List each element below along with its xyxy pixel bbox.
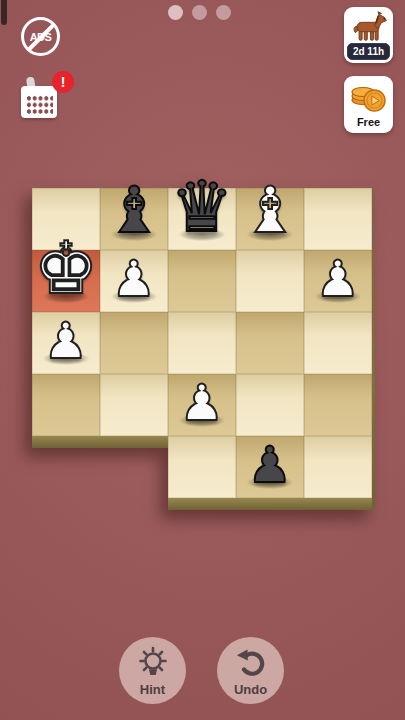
square-r4c3[interactable]: ♟	[236, 436, 304, 498]
square-r1c0[interactable]: ♚	[32, 250, 100, 312]
white-bishop[interactable]: ♝	[241, 178, 298, 242]
square-r3c4[interactable]	[304, 374, 372, 436]
black-queen[interactable]: ♛	[171, 172, 234, 242]
white-pawn[interactable]: ♟	[112, 254, 157, 304]
undo-arrow-icon	[232, 645, 270, 681]
square-r4c4[interactable]	[304, 436, 372, 498]
board-grid: ♝♛♝♚♟♟♟♟♟	[32, 188, 372, 498]
square-r2c2[interactable]	[168, 312, 236, 374]
square-r1c1[interactable]: ♟	[100, 250, 168, 312]
square-r2c1[interactable]	[100, 312, 168, 374]
square-r1c2[interactable]	[168, 250, 236, 312]
undo-label: Undo	[217, 682, 284, 697]
calendar-grid-icon	[25, 94, 53, 114]
free-coins-card[interactable]: Free	[344, 76, 393, 133]
calendar-body-icon	[21, 86, 57, 118]
white-king[interactable]: ♚	[34, 232, 99, 304]
black-bishop[interactable]: ♝	[105, 178, 162, 242]
white-pawn[interactable]: ♟	[180, 378, 225, 428]
app-screen: ADS ! 2d 11h	[0, 0, 405, 720]
board-edge-right	[372, 188, 375, 510]
hint-label: Hint	[119, 682, 186, 697]
square-r3c2[interactable]: ♟	[168, 374, 236, 436]
no-ads-button[interactable]: ADS	[21, 17, 60, 56]
daily-calendar-button[interactable]: !	[21, 77, 59, 119]
square-r4c2[interactable]	[168, 436, 236, 498]
horse-icon	[350, 11, 388, 44]
event-timer-badge: 2d 11h	[347, 43, 390, 60]
board-edge-bottom-right	[168, 498, 373, 510]
reward-label: Free	[344, 116, 393, 128]
hint-button[interactable]: Hint	[119, 637, 186, 704]
square-r0c1[interactable]: ♝	[100, 188, 168, 250]
square-r3c1[interactable]	[100, 374, 168, 436]
event-card[interactable]: 2d 11h	[344, 7, 393, 63]
lightbulb-icon	[135, 645, 171, 681]
screen-edge-strip	[1, 0, 7, 25]
square-r1c4[interactable]: ♟	[304, 250, 372, 312]
event-timer-text: 2d 11h	[353, 46, 384, 57]
page-indicator	[168, 5, 231, 20]
square-r0c2[interactable]: ♛	[168, 188, 236, 250]
square-r3c3[interactable]	[236, 374, 304, 436]
square-r0c4[interactable]	[304, 188, 372, 250]
square-r0c3[interactable]: ♝	[236, 188, 304, 250]
undo-button[interactable]: Undo	[217, 637, 284, 704]
square-r1c3[interactable]	[236, 250, 304, 312]
square-r2c4[interactable]	[304, 312, 372, 374]
coins-icon	[349, 80, 389, 116]
square-r2c3[interactable]	[236, 312, 304, 374]
square-r3c0[interactable]	[32, 374, 100, 436]
page-dot-0	[168, 5, 183, 20]
page-dot-1	[192, 5, 207, 20]
white-pawn[interactable]: ♟	[316, 254, 361, 304]
alert-badge: !	[52, 71, 74, 93]
page-dot-2	[216, 5, 231, 20]
square-r2c0[interactable]: ♟	[32, 312, 100, 374]
chess-board: ♝♛♝♚♟♟♟♟♟	[32, 188, 373, 499]
black-pawn[interactable]: ♟	[248, 440, 293, 490]
white-pawn[interactable]: ♟	[44, 316, 89, 366]
